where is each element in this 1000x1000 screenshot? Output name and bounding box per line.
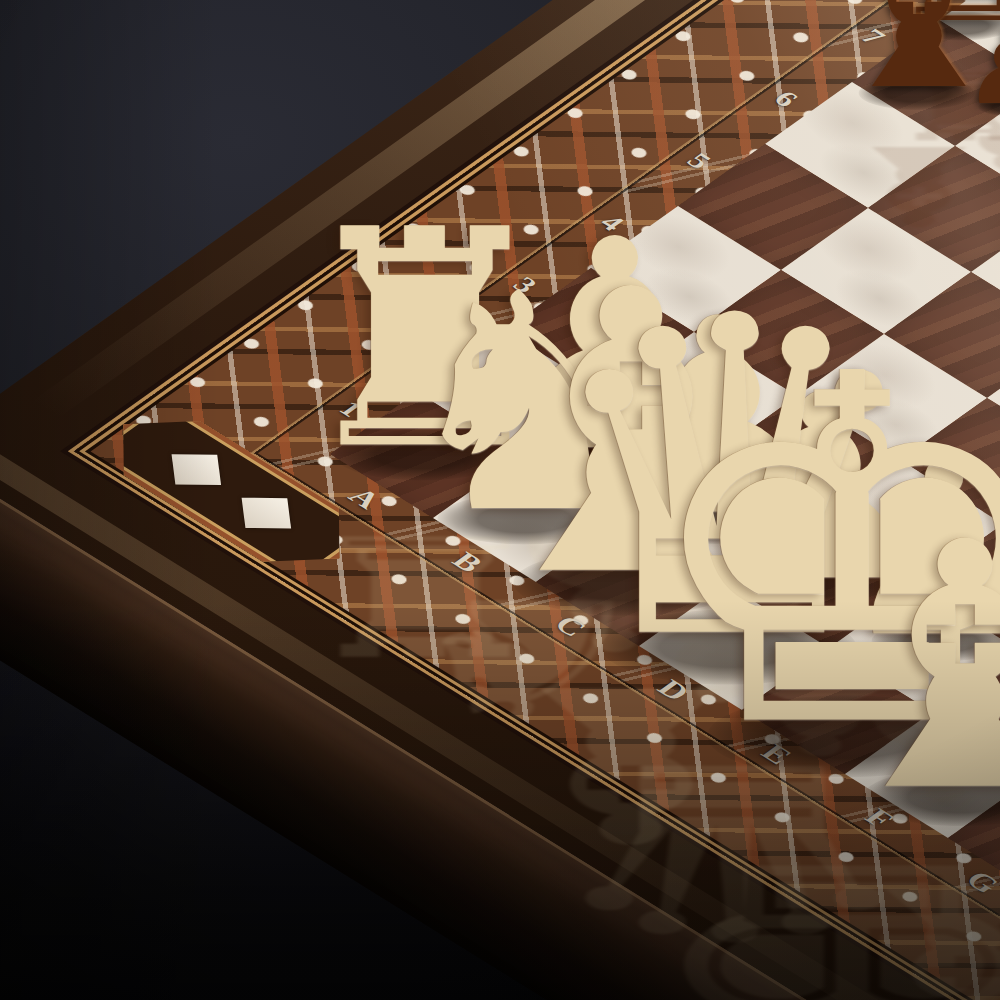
screenshot-root: A1B2C3D4E5F6G7H8 ♜♜♝♝♟♟♜♜♟♟♞♞♟♟♝♝♟♟♟♟♛♛♚… [0,0,1000,1000]
piece-reflection-icon: ♟ [963,126,1000,184]
piece-black-pawn-b7[interactable]: ♟ [963,15,1000,120]
piece-reflection-icon: ♝ [813,860,1000,1000]
piece-white-bishop-f1[interactable]: ♝ [813,498,1000,838]
pieces-layer: ♜♜♝♝♟♟♜♜♟♟♞♞♟♟♝♝♟♟♟♟♛♛♚♚♝♝ [0,0,1000,1000]
